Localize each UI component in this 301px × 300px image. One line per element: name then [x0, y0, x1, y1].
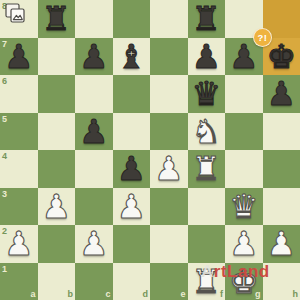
piece-black-rook[interactable]: ♜: [38, 0, 76, 38]
file-label-e: e: [180, 289, 185, 299]
square-d7[interactable]: ♝: [113, 38, 151, 76]
chess-board: 8♜♜7♟♟♝♟♟♚6♛♟5♟♞4♟♟♜3♟♟♛2♟♟♟♟1abcdef♜g♚h: [0, 0, 300, 300]
file-label-c: c: [105, 289, 110, 299]
piece-black-pawn[interactable]: ♟: [263, 75, 301, 113]
square-d1[interactable]: d: [113, 263, 151, 300]
piece-black-pawn[interactable]: ♟: [75, 113, 113, 151]
square-g5[interactable]: [225, 113, 263, 151]
square-c6[interactable]: [75, 75, 113, 113]
piece-white-king[interactable]: ♚: [225, 263, 263, 300]
square-a2[interactable]: 2♟: [0, 225, 38, 263]
square-e6[interactable]: [150, 75, 188, 113]
square-d4[interactable]: ♟: [113, 150, 151, 188]
square-d5[interactable]: [113, 113, 151, 151]
rank-label-6: 6: [2, 76, 7, 86]
square-g2[interactable]: ♟: [225, 225, 263, 263]
square-e4[interactable]: ♟: [150, 150, 188, 188]
square-g1[interactable]: g♚: [225, 263, 263, 300]
square-c4[interactable]: [75, 150, 113, 188]
square-g6[interactable]: [225, 75, 263, 113]
square-h1[interactable]: h: [263, 263, 301, 300]
square-a7[interactable]: 7♟: [0, 38, 38, 76]
square-h5[interactable]: [263, 113, 301, 151]
square-b7[interactable]: [38, 38, 76, 76]
square-c5[interactable]: ♟: [75, 113, 113, 151]
piece-black-queen[interactable]: ♛: [188, 75, 226, 113]
square-d3[interactable]: ♟: [113, 188, 151, 226]
file-label-h: h: [293, 289, 299, 299]
square-c7[interactable]: ♟: [75, 38, 113, 76]
square-e5[interactable]: [150, 113, 188, 151]
square-a1[interactable]: 1a: [0, 263, 38, 300]
piece-black-pawn[interactable]: ♟: [188, 38, 226, 76]
square-b4[interactable]: [38, 150, 76, 188]
rank-label-4: 4: [2, 151, 7, 161]
square-h3[interactable]: [263, 188, 301, 226]
square-b3[interactable]: ♟: [38, 188, 76, 226]
piece-white-pawn[interactable]: ♟: [225, 225, 263, 263]
square-d6[interactable]: [113, 75, 151, 113]
square-d8[interactable]: [113, 0, 151, 38]
square-b1[interactable]: b: [38, 263, 76, 300]
square-b5[interactable]: [38, 113, 76, 151]
piece-black-pawn[interactable]: ♟: [0, 38, 38, 76]
square-f7[interactable]: ♟: [188, 38, 226, 76]
square-e3[interactable]: [150, 188, 188, 226]
square-d2[interactable]: [113, 225, 151, 263]
move-classification-badge: ?!: [253, 28, 272, 47]
rank-label-1: 1: [2, 264, 7, 274]
square-a6[interactable]: 6: [0, 75, 38, 113]
square-e1[interactable]: e: [150, 263, 188, 300]
square-f3[interactable]: [188, 188, 226, 226]
rank-label-5: 5: [2, 114, 7, 124]
square-c1[interactable]: c: [75, 263, 113, 300]
chess-board-screenshot: 8♜♜7♟♟♝♟♟♚6♛♟5♟♞4♟♟♜3♟♟♛2♟♟♟♟1abcdef♜g♚h…: [0, 0, 300, 300]
square-f4[interactable]: ♜: [188, 150, 226, 188]
image-placeholder-icon: [5, 3, 25, 27]
square-g4[interactable]: [225, 150, 263, 188]
square-h4[interactable]: [263, 150, 301, 188]
piece-black-rook[interactable]: ♜: [188, 0, 226, 38]
square-b2[interactable]: [38, 225, 76, 263]
piece-white-pawn[interactable]: ♟: [0, 225, 38, 263]
square-h6[interactable]: ♟: [263, 75, 301, 113]
file-label-d: d: [143, 289, 149, 299]
square-h2[interactable]: ♟: [263, 225, 301, 263]
rank-label-3: 3: [2, 189, 7, 199]
square-f1[interactable]: f♜: [188, 263, 226, 300]
piece-white-rook[interactable]: ♜: [188, 263, 226, 300]
square-b8[interactable]: ♜: [38, 0, 76, 38]
square-f6[interactable]: ♛: [188, 75, 226, 113]
piece-white-pawn[interactable]: ♟: [263, 225, 301, 263]
square-a4[interactable]: 4: [0, 150, 38, 188]
square-g3[interactable]: ♛: [225, 188, 263, 226]
piece-white-pawn[interactable]: ♟: [75, 225, 113, 263]
file-label-a: a: [30, 289, 35, 299]
square-a5[interactable]: 5: [0, 113, 38, 151]
square-a3[interactable]: 3: [0, 188, 38, 226]
piece-white-queen[interactable]: ♛: [225, 188, 263, 226]
piece-white-pawn[interactable]: ♟: [150, 150, 188, 188]
piece-white-pawn[interactable]: ♟: [113, 188, 151, 226]
square-c8[interactable]: [75, 0, 113, 38]
square-e7[interactable]: [150, 38, 188, 76]
square-f8[interactable]: ♜: [188, 0, 226, 38]
file-label-b: b: [68, 289, 74, 299]
square-c3[interactable]: [75, 188, 113, 226]
piece-black-pawn[interactable]: ♟: [75, 38, 113, 76]
square-c2[interactable]: ♟: [75, 225, 113, 263]
square-f2[interactable]: [188, 225, 226, 263]
square-b6[interactable]: [38, 75, 76, 113]
piece-white-rook[interactable]: ♜: [188, 150, 226, 188]
piece-black-bishop[interactable]: ♝: [113, 38, 151, 76]
square-f5[interactable]: ♞: [188, 113, 226, 151]
piece-black-pawn[interactable]: ♟: [113, 150, 151, 188]
square-e8[interactable]: [150, 0, 188, 38]
piece-white-knight[interactable]: ♞: [188, 113, 226, 151]
piece-white-pawn[interactable]: ♟: [38, 188, 76, 226]
square-e2[interactable]: [150, 225, 188, 263]
